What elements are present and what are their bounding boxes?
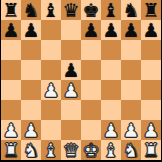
white-pawn[interactable]: ♟: [62, 80, 79, 100]
square-b7[interactable]: ♟: [21, 20, 41, 40]
black-bishop[interactable]: ♝: [42, 0, 59, 20]
black-pawn[interactable]: ♟: [22, 20, 39, 40]
black-rook[interactable]: ♜: [2, 0, 19, 20]
white-pawn[interactable]: ♟: [122, 120, 139, 140]
square-d3[interactable]: [61, 100, 81, 120]
square-g3[interactable]: [121, 100, 141, 120]
square-h1[interactable]: ♜: [141, 140, 161, 160]
square-g7[interactable]: ♟: [121, 20, 141, 40]
square-d1[interactable]: ♛: [61, 140, 81, 160]
square-a6[interactable]: [1, 40, 21, 60]
square-e1[interactable]: ♚: [81, 140, 101, 160]
square-a2[interactable]: ♟: [1, 120, 21, 140]
square-g4[interactable]: [121, 80, 141, 100]
white-pawn[interactable]: ♟: [102, 120, 119, 140]
square-d8[interactable]: ♛: [61, 0, 81, 20]
square-h6[interactable]: [141, 40, 161, 60]
square-e8[interactable]: ♚: [81, 0, 101, 20]
square-c3[interactable]: [41, 100, 61, 120]
square-a3[interactable]: [1, 100, 21, 120]
white-king[interactable]: ♚: [82, 140, 99, 160]
square-a4[interactable]: [1, 80, 21, 100]
square-e5[interactable]: [81, 60, 101, 80]
square-g2[interactable]: ♟: [121, 120, 141, 140]
square-f6[interactable]: [101, 40, 121, 60]
black-knight[interactable]: ♞: [122, 0, 139, 20]
black-pawn[interactable]: ♟: [122, 20, 139, 40]
black-pawn[interactable]: ♟: [82, 20, 99, 40]
white-pawn[interactable]: ♟: [22, 120, 39, 140]
black-king[interactable]: ♚: [82, 0, 99, 20]
white-knight[interactable]: ♞: [22, 140, 39, 160]
square-e3[interactable]: [81, 100, 101, 120]
square-c6[interactable]: [41, 40, 61, 60]
square-a1[interactable]: ♜: [1, 140, 21, 160]
square-c1[interactable]: ♝: [41, 140, 61, 160]
white-knight[interactable]: ♞: [122, 140, 139, 160]
square-c8[interactable]: ♝: [41, 0, 61, 20]
black-pawn[interactable]: ♟: [102, 20, 119, 40]
square-h7[interactable]: ♟: [141, 20, 161, 40]
black-queen[interactable]: ♛: [62, 0, 79, 20]
square-e2[interactable]: [81, 120, 101, 140]
chess-board: ♜♞♝♛♚♝♞♜♟♟♟♟♟♟♟♟♟♟♟♟♟♟♜♞♝♛♚♝♞♜: [1, 0, 161, 160]
white-pawn[interactable]: ♟: [142, 120, 159, 140]
white-pawn[interactable]: ♟: [2, 120, 19, 140]
square-h8[interactable]: ♜: [141, 0, 161, 20]
square-c2[interactable]: [41, 120, 61, 140]
square-h2[interactable]: ♟: [141, 120, 161, 140]
square-h5[interactable]: [141, 60, 161, 80]
square-d5[interactable]: ♟: [61, 60, 81, 80]
square-d7[interactable]: [61, 20, 81, 40]
black-bishop[interactable]: ♝: [102, 0, 119, 20]
square-f1[interactable]: ♝: [101, 140, 121, 160]
square-b8[interactable]: ♞: [21, 0, 41, 20]
black-knight[interactable]: ♞: [22, 0, 39, 20]
square-g1[interactable]: ♞: [121, 140, 141, 160]
square-f2[interactable]: ♟: [101, 120, 121, 140]
square-d4[interactable]: ♟: [61, 80, 81, 100]
square-b2[interactable]: ♟: [21, 120, 41, 140]
square-c7[interactable]: [41, 20, 61, 40]
square-f8[interactable]: ♝: [101, 0, 121, 20]
square-c5[interactable]: [41, 60, 61, 80]
square-g8[interactable]: ♞: [121, 0, 141, 20]
square-c4[interactable]: ♟: [41, 80, 61, 100]
square-h4[interactable]: [141, 80, 161, 100]
square-g5[interactable]: [121, 60, 141, 80]
square-f3[interactable]: [101, 100, 121, 120]
white-rook[interactable]: ♜: [2, 140, 19, 160]
square-b4[interactable]: [21, 80, 41, 100]
white-bishop[interactable]: ♝: [42, 140, 59, 160]
square-g6[interactable]: [121, 40, 141, 60]
square-a5[interactable]: [1, 60, 21, 80]
square-e4[interactable]: [81, 80, 101, 100]
chess-board-frame: ♜♞♝♛♚♝♞♜♟♟♟♟♟♟♟♟♟♟♟♟♟♟♜♞♝♛♚♝♞♜: [0, 0, 162, 162]
square-d6[interactable]: [61, 40, 81, 60]
square-f4[interactable]: [101, 80, 121, 100]
black-pawn[interactable]: ♟: [142, 20, 159, 40]
square-h3[interactable]: [141, 100, 161, 120]
square-f7[interactable]: ♟: [101, 20, 121, 40]
square-a7[interactable]: ♟: [1, 20, 21, 40]
white-bishop[interactable]: ♝: [102, 140, 119, 160]
white-rook[interactable]: ♜: [142, 140, 159, 160]
square-f5[interactable]: [101, 60, 121, 80]
square-b3[interactable]: [21, 100, 41, 120]
square-b1[interactable]: ♞: [21, 140, 41, 160]
square-d2[interactable]: [61, 120, 81, 140]
black-pawn[interactable]: ♟: [2, 20, 19, 40]
square-e6[interactable]: [81, 40, 101, 60]
square-e7[interactable]: ♟: [81, 20, 101, 40]
square-b6[interactable]: [21, 40, 41, 60]
white-pawn[interactable]: ♟: [42, 80, 59, 100]
white-queen[interactable]: ♛: [62, 140, 79, 160]
square-b5[interactable]: [21, 60, 41, 80]
square-a8[interactable]: ♜: [1, 0, 21, 20]
black-pawn[interactable]: ♟: [62, 60, 79, 80]
black-rook[interactable]: ♜: [142, 0, 159, 20]
